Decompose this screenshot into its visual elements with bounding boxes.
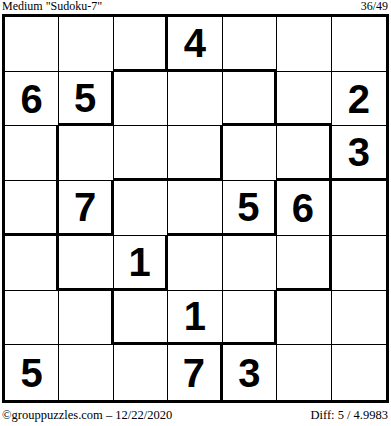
cell-r1c4[interactable]: 4	[168, 17, 222, 72]
cell-r6c7[interactable]	[332, 291, 386, 346]
cell-r6c5[interactable]	[223, 291, 277, 346]
cell-r5c3[interactable]: 1	[114, 236, 168, 291]
cell-r1c7[interactable]	[332, 17, 386, 72]
cell-r7c1[interactable]: 5	[5, 345, 59, 400]
cell-r6c4[interactable]: 1	[168, 291, 222, 346]
cell-r4c6[interactable]: 6	[277, 181, 331, 236]
cell-r2c7[interactable]: 2	[332, 72, 386, 127]
given-digit: 6	[292, 188, 314, 228]
cell-r2c2[interactable]: 5	[59, 72, 113, 127]
cell-r7c7[interactable]	[332, 345, 386, 400]
cell-r3c2[interactable]	[59, 126, 113, 181]
given-digit: 5	[21, 353, 43, 393]
cell-r3c1[interactable]	[5, 126, 59, 181]
copyright-text: ©grouppuzzles.com – 12/22/2020	[2, 406, 172, 424]
cell-r6c6[interactable]	[277, 291, 331, 346]
given-digit: 2	[348, 79, 370, 119]
sudoku-board: 4652375611573	[2, 14, 389, 403]
cell-r7c3[interactable]	[114, 345, 168, 400]
cell-r7c5[interactable]: 3	[223, 345, 277, 400]
puzzle-title: Medium "Sudoku-7"	[2, 0, 102, 13]
cell-r5c7[interactable]	[332, 236, 386, 291]
cell-r2c3[interactable]	[114, 72, 168, 127]
cell-r5c5[interactable]	[223, 236, 277, 291]
cell-r4c7[interactable]	[332, 181, 386, 236]
given-digit: 6	[21, 79, 43, 119]
given-digit: 1	[128, 242, 150, 282]
given-digit: 3	[348, 132, 370, 172]
cell-r1c5[interactable]	[223, 17, 277, 72]
cell-r3c5[interactable]	[223, 126, 277, 181]
header: Medium "Sudoku-7" 36/49	[2, 0, 388, 13]
cell-r4c1[interactable]	[5, 181, 59, 236]
cell-r6c2[interactable]	[59, 291, 113, 346]
cell-r1c6[interactable]	[277, 17, 331, 72]
cell-r7c4[interactable]: 7	[168, 345, 222, 400]
cell-r3c3[interactable]	[114, 126, 168, 181]
given-digit: 3	[238, 353, 260, 393]
progress-counter: 36/49	[361, 0, 388, 13]
difficulty-text: Diff: 5 / 4.9983	[310, 406, 388, 424]
cell-r4c2[interactable]: 7	[59, 181, 113, 236]
cell-r5c4[interactable]	[168, 236, 222, 291]
given-digit: 4	[184, 23, 206, 63]
cell-r2c1[interactable]: 6	[5, 72, 59, 127]
cell-r1c3[interactable]	[114, 17, 168, 72]
cell-r3c4[interactable]	[168, 126, 222, 181]
given-digit: 5	[74, 78, 96, 118]
cell-r5c1[interactable]	[5, 236, 59, 291]
cell-r4c4[interactable]	[168, 181, 222, 236]
cell-r1c2[interactable]	[59, 17, 113, 72]
given-digit: 7	[183, 353, 205, 393]
given-digit: 1	[184, 296, 206, 336]
cell-r7c2[interactable]	[59, 345, 113, 400]
given-digit: 5	[237, 187, 259, 227]
cell-r5c6[interactable]	[277, 236, 331, 291]
cell-r6c3[interactable]	[114, 291, 168, 346]
cell-r3c7[interactable]: 3	[332, 126, 386, 181]
cell-r2c6[interactable]	[277, 72, 331, 127]
cell-r7c6[interactable]	[277, 345, 331, 400]
footer: ©grouppuzzles.com – 12/22/2020 Diff: 5 /…	[2, 406, 388, 424]
puzzle-page: Medium "Sudoku-7" 36/49 4652375611573 ©g…	[0, 0, 391, 426]
cell-r4c5[interactable]: 5	[223, 181, 277, 236]
cell-r1c1[interactable]	[5, 17, 59, 72]
cell-r3c6[interactable]	[277, 126, 331, 181]
cell-r5c2[interactable]	[59, 236, 113, 291]
cell-r4c3[interactable]	[114, 181, 168, 236]
given-digit: 7	[74, 187, 96, 227]
cell-r6c1[interactable]	[5, 291, 59, 346]
cell-r2c5[interactable]	[223, 72, 277, 127]
cell-r2c4[interactable]	[168, 72, 222, 127]
